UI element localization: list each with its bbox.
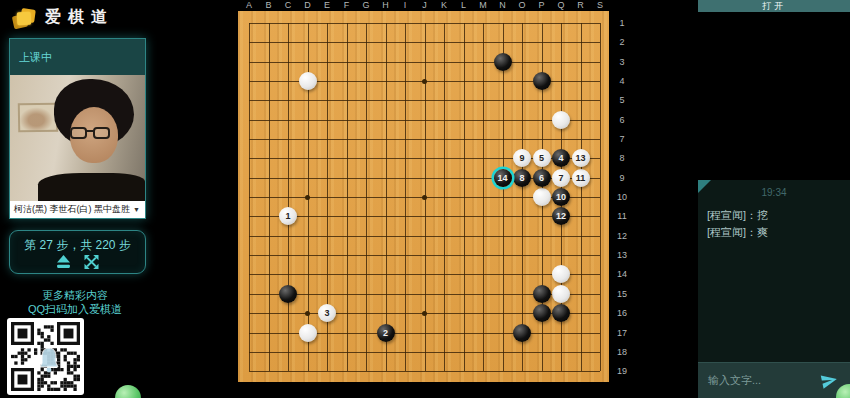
- grid-line: [581, 23, 582, 371]
- grid-line: [503, 23, 504, 371]
- qq-qr-code: [7, 318, 84, 395]
- stone-C15[interactable]: [279, 285, 297, 303]
- board-col-label: E: [320, 0, 334, 10]
- board-col-label: R: [574, 0, 588, 10]
- board-row-label: 8: [613, 153, 631, 164]
- stone-R9[interactable]: 11: [572, 169, 590, 187]
- teacher-video: [10, 75, 145, 201]
- grid-line: [600, 23, 601, 371]
- open-button[interactable]: 打开: [698, 0, 850, 12]
- floating-ball-left[interactable]: [115, 385, 141, 398]
- stone-N9[interactable]: 14: [494, 169, 512, 187]
- stone-Q14[interactable]: [552, 265, 570, 283]
- grid-line: [249, 236, 600, 237]
- go-board[interactable]: 1234567891011121314: [238, 11, 609, 382]
- stone-Q15[interactable]: [552, 285, 570, 303]
- board-row-label: 15: [613, 289, 631, 300]
- board-col-label: J: [418, 0, 432, 10]
- chat-input-bar: 输入文字...: [698, 362, 850, 398]
- stone-O8[interactable]: 9: [513, 149, 531, 167]
- board-col-label: S: [593, 0, 607, 10]
- board-col-label: D: [301, 0, 315, 10]
- glasses-bridge: [86, 130, 94, 132]
- stone-D17[interactable]: [299, 324, 317, 342]
- board-row-label: 16: [613, 308, 631, 319]
- live-badge-bar: 上课中: [10, 39, 145, 75]
- board-col-label: Q: [554, 0, 568, 10]
- board-col-label: M: [476, 0, 490, 10]
- board-row-label: 17: [613, 328, 631, 339]
- board-row-label: 3: [613, 57, 631, 68]
- stone-N3[interactable]: [494, 53, 512, 71]
- promo-line2: QQ扫码加入爱棋道: [0, 302, 150, 316]
- board-col-label: F: [340, 0, 354, 10]
- chat-panel: 19:34 [程宣闻]：挖 [程宣闻]：爽 输入文字...: [698, 180, 850, 398]
- star-point: [422, 195, 427, 200]
- game-info-label: 柯洁(黑) 李世石(白) 黑中盘胜: [14, 201, 130, 218]
- stone-Q8[interactable]: 4: [552, 149, 570, 167]
- board-row-label: 4: [613, 76, 631, 87]
- board-col-label: P: [535, 0, 549, 10]
- live-badge: 上课中: [19, 39, 52, 75]
- board-row-label: 10: [613, 192, 631, 203]
- stone-E16[interactable]: 3: [318, 304, 336, 322]
- chevron-down-icon: ▼: [133, 201, 140, 218]
- stone-P8[interactable]: 5: [533, 149, 551, 167]
- grid-line: [249, 274, 600, 275]
- board-row-label: 9: [613, 173, 631, 184]
- person-body: [38, 173, 145, 201]
- board-row-label: 19: [613, 366, 631, 377]
- stone-P16[interactable]: [533, 304, 551, 322]
- app-logo: 爱棋道: [13, 6, 153, 32]
- board-row-label: 6: [613, 115, 631, 126]
- video-panel: 上课中 柯洁(黑) 李世石(白) 黑中盘胜 ▼: [9, 38, 146, 219]
- glasses-lens: [70, 127, 87, 139]
- board-row-label: 2: [613, 37, 631, 48]
- board-row-label: 5: [613, 95, 631, 106]
- stone-P4[interactable]: [533, 72, 551, 90]
- star-point: [305, 195, 310, 200]
- promo-line1: 更多精彩内容: [0, 288, 150, 302]
- expand-icon[interactable]: [84, 255, 99, 269]
- export-sgf-icon[interactable]: [56, 255, 71, 269]
- board-col-label: A: [242, 0, 256, 10]
- glasses-lens: [93, 127, 110, 139]
- chat-input[interactable]: 输入文字...: [708, 373, 761, 388]
- star-point: [422, 79, 427, 84]
- board-col-label: G: [359, 0, 373, 10]
- board-col-label: O: [515, 0, 529, 10]
- board-col-label: B: [262, 0, 276, 10]
- stone-P10[interactable]: [533, 188, 551, 206]
- board-row-label: 12: [613, 231, 631, 242]
- stone-P15[interactable]: [533, 285, 551, 303]
- app-window: 爱棋道 打开 上课中 柯洁(黑) 李世石(白) 黑中盘胜 ▼ 第 27 步，共 …: [0, 0, 850, 398]
- board-row-label: 13: [613, 250, 631, 261]
- stone-R8[interactable]: 13: [572, 149, 590, 167]
- board-row-label: 18: [613, 347, 631, 358]
- grid-line: [249, 255, 600, 256]
- board-col-label: H: [379, 0, 393, 10]
- grid-line: [444, 23, 445, 371]
- board-col-label: I: [398, 0, 412, 10]
- stone-Q16[interactable]: [552, 304, 570, 322]
- app-logo-icon: [13, 9, 39, 29]
- stone-O9[interactable]: 8: [513, 169, 531, 187]
- grid-line: [483, 23, 484, 371]
- grid-line: [464, 23, 465, 371]
- board-row-label: 1: [613, 18, 631, 29]
- game-select-dropdown[interactable]: 柯洁(黑) 李世石(白) 黑中盘胜 ▼: [10, 201, 145, 218]
- stone-D4[interactable]: [299, 72, 317, 90]
- star-point: [305, 311, 310, 316]
- chat-timestamp: 19:34: [698, 187, 850, 198]
- move-counter-panel: 第 27 步，共 220 步: [9, 230, 146, 274]
- stone-Q11[interactable]: 12: [552, 207, 570, 225]
- send-icon[interactable]: [820, 371, 840, 389]
- app-title: 爱棋道: [45, 7, 114, 28]
- stone-O17[interactable]: [513, 324, 531, 342]
- chat-message: [程宣闻]：爽: [707, 225, 768, 240]
- move-counter: 第 27 步，共 220 步: [10, 237, 145, 254]
- board-row-label: 14: [613, 269, 631, 280]
- grid-line: [249, 352, 600, 353]
- picture-frame: [18, 103, 59, 133]
- stone-Q9[interactable]: 7: [552, 169, 570, 187]
- board-col-label: L: [457, 0, 471, 10]
- star-point: [422, 311, 427, 316]
- stone-P9[interactable]: 6: [533, 169, 551, 187]
- grid-line: [522, 23, 523, 371]
- chat-message: [程宣闻]：挖: [707, 208, 768, 223]
- stone-Q6[interactable]: [552, 111, 570, 129]
- board-col-label: C: [281, 0, 295, 10]
- board-col-label: N: [496, 0, 510, 10]
- grid-line: [249, 216, 600, 217]
- board-row-label: 7: [613, 134, 631, 145]
- grid-line: [249, 371, 600, 372]
- board-col-label: K: [437, 0, 451, 10]
- stone-Q10[interactable]: 10: [552, 188, 570, 206]
- bell-icon: [33, 341, 57, 371]
- promo-text: 更多精彩内容 QQ扫码加入爱棋道: [0, 288, 150, 316]
- board-row-label: 11: [613, 211, 631, 222]
- stone-C11[interactable]: 1: [279, 207, 297, 225]
- stone-H17[interactable]: 2: [377, 324, 395, 342]
